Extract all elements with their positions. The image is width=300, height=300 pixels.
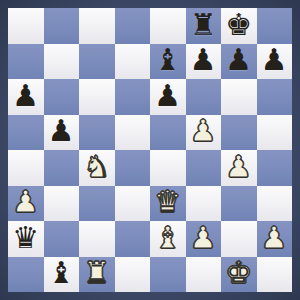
square-h3[interactable] <box>257 186 293 222</box>
square-b7[interactable] <box>44 44 80 80</box>
square-g3[interactable] <box>221 186 257 222</box>
square-a3[interactable]: ♟ <box>8 186 44 222</box>
white-pawn[interactable]: ♟ <box>225 152 252 182</box>
square-b1[interactable]: ♝ <box>44 257 80 293</box>
black-bishop[interactable]: ♝ <box>48 258 75 288</box>
square-g5[interactable] <box>221 115 257 151</box>
square-d4[interactable] <box>115 150 151 186</box>
white-pawn[interactable]: ♟ <box>12 187 39 217</box>
white-pawn[interactable]: ♟ <box>261 223 288 253</box>
square-b5[interactable]: ♟ <box>44 115 80 151</box>
square-e7[interactable]: ♝ <box>150 44 186 80</box>
square-d3[interactable] <box>115 186 151 222</box>
square-h2[interactable]: ♟ <box>257 221 293 257</box>
black-rook[interactable]: ♜ <box>190 10 217 40</box>
square-c8[interactable] <box>79 8 115 44</box>
black-pawn[interactable]: ♟ <box>154 81 181 111</box>
square-e6[interactable]: ♟ <box>150 79 186 115</box>
square-a1[interactable] <box>8 257 44 293</box>
square-e1[interactable] <box>150 257 186 293</box>
square-b3[interactable] <box>44 186 80 222</box>
square-h6[interactable] <box>257 79 293 115</box>
white-queen[interactable]: ♛ <box>154 187 181 217</box>
square-g7[interactable]: ♟ <box>221 44 257 80</box>
square-g6[interactable] <box>221 79 257 115</box>
square-g8[interactable]: ♚ <box>221 8 257 44</box>
square-h7[interactable]: ♟ <box>257 44 293 80</box>
square-b6[interactable] <box>44 79 80 115</box>
square-c4[interactable]: ♞ <box>79 150 115 186</box>
black-pawn[interactable]: ♟ <box>190 45 217 75</box>
square-f1[interactable] <box>186 257 222 293</box>
square-h5[interactable] <box>257 115 293 151</box>
square-c5[interactable] <box>79 115 115 151</box>
square-h8[interactable] <box>257 8 293 44</box>
square-a7[interactable] <box>8 44 44 80</box>
square-e3[interactable]: ♛ <box>150 186 186 222</box>
square-f7[interactable]: ♟ <box>186 44 222 80</box>
square-d5[interactable] <box>115 115 151 151</box>
square-e2[interactable]: ♝ <box>150 221 186 257</box>
square-d6[interactable] <box>115 79 151 115</box>
square-b8[interactable] <box>44 8 80 44</box>
square-e4[interactable] <box>150 150 186 186</box>
white-knight[interactable]: ♞ <box>83 152 110 182</box>
square-e8[interactable] <box>150 8 186 44</box>
white-pawn[interactable]: ♟ <box>190 223 217 253</box>
white-bishop[interactable]: ♝ <box>154 223 181 253</box>
square-d7[interactable] <box>115 44 151 80</box>
square-a8[interactable] <box>8 8 44 44</box>
black-queen[interactable]: ♛ <box>12 223 39 253</box>
square-h4[interactable] <box>257 150 293 186</box>
square-d1[interactable] <box>115 257 151 293</box>
square-c7[interactable] <box>79 44 115 80</box>
square-f8[interactable]: ♜ <box>186 8 222 44</box>
black-bishop[interactable]: ♝ <box>154 45 181 75</box>
chess-board: ♜♚♝♟♟♟♟♟♟♟♞♟♟♛♛♝♟♟♝♜♚ <box>8 8 292 292</box>
square-a6[interactable]: ♟ <box>8 79 44 115</box>
square-d8[interactable] <box>115 8 151 44</box>
square-g2[interactable] <box>221 221 257 257</box>
black-pawn[interactable]: ♟ <box>48 116 75 146</box>
square-c2[interactable] <box>79 221 115 257</box>
square-b2[interactable] <box>44 221 80 257</box>
square-d2[interactable] <box>115 221 151 257</box>
square-c3[interactable] <box>79 186 115 222</box>
square-f4[interactable] <box>186 150 222 186</box>
square-a4[interactable] <box>8 150 44 186</box>
black-pawn[interactable]: ♟ <box>12 81 39 111</box>
black-pawn[interactable]: ♟ <box>225 45 252 75</box>
square-f6[interactable] <box>186 79 222 115</box>
black-king[interactable]: ♚ <box>225 10 252 40</box>
square-c1[interactable]: ♜ <box>79 257 115 293</box>
black-pawn[interactable]: ♟ <box>261 45 288 75</box>
square-a5[interactable] <box>8 115 44 151</box>
square-b4[interactable] <box>44 150 80 186</box>
square-a2[interactable]: ♛ <box>8 221 44 257</box>
square-f5[interactable]: ♟ <box>186 115 222 151</box>
square-f2[interactable]: ♟ <box>186 221 222 257</box>
square-f3[interactable] <box>186 186 222 222</box>
square-g1[interactable]: ♚ <box>221 257 257 293</box>
square-e5[interactable] <box>150 115 186 151</box>
white-king[interactable]: ♚ <box>225 258 252 288</box>
white-pawn[interactable]: ♟ <box>190 116 217 146</box>
square-c6[interactable] <box>79 79 115 115</box>
white-rook[interactable]: ♜ <box>83 258 110 288</box>
square-h1[interactable] <box>257 257 293 293</box>
square-g4[interactable]: ♟ <box>221 150 257 186</box>
chess-board-frame: ♜♚♝♟♟♟♟♟♟♟♞♟♟♛♛♝♟♟♝♜♚ <box>0 0 300 300</box>
